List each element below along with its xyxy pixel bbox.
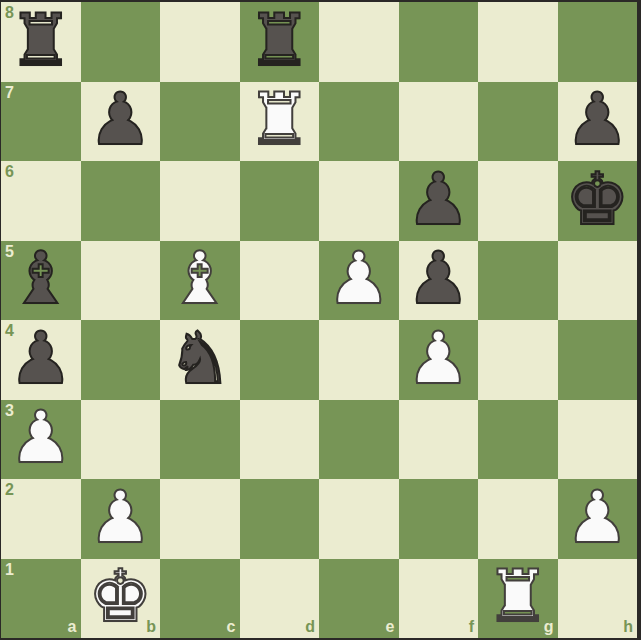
square-b5[interactable]: [81, 241, 161, 321]
file-label-f: f: [469, 619, 474, 635]
square-c1[interactable]: c: [160, 559, 240, 639]
piece-black-knight-c4[interactable]: ♞: [167, 322, 232, 394]
square-g1[interactable]: g♜: [478, 559, 558, 639]
chess-board: 8♜♜7♟♜♟6♟♚5♝♝♟♟4♟♞♟3♟2♟♟1ab♚cdefg♜h: [1, 2, 637, 638]
piece-black-pawn-f5[interactable]: ♟: [406, 242, 471, 314]
file-label-a: a: [68, 619, 77, 635]
piece-black-king-h6[interactable]: ♚: [565, 163, 630, 235]
piece-black-pawn-f6[interactable]: ♟: [406, 163, 471, 235]
square-e2[interactable]: [319, 479, 399, 559]
piece-black-pawn-a4[interactable]: ♟: [8, 322, 73, 394]
square-c3[interactable]: [160, 400, 240, 480]
square-f8[interactable]: [399, 2, 479, 82]
square-h1[interactable]: h: [558, 559, 638, 639]
rank-label-2: 2: [5, 482, 14, 498]
square-c5[interactable]: ♝: [160, 241, 240, 321]
piece-black-pawn-b7[interactable]: ♟: [88, 83, 153, 155]
piece-black-rook-d8[interactable]: ♜: [247, 4, 312, 76]
piece-white-pawn-h2[interactable]: ♟: [565, 481, 630, 553]
square-c8[interactable]: [160, 2, 240, 82]
square-e4[interactable]: [319, 320, 399, 400]
square-h8[interactable]: [558, 2, 638, 82]
chess-app-window: 8♜♜7♟♜♟6♟♚5♝♝♟♟4♟♞♟3♟2♟♟1ab♚cdefg♜h: [0, 0, 641, 640]
square-e8[interactable]: [319, 2, 399, 82]
square-g7[interactable]: [478, 82, 558, 162]
rank-label-6: 6: [5, 164, 14, 180]
square-g4[interactable]: [478, 320, 558, 400]
square-d1[interactable]: d: [240, 559, 320, 639]
square-b6[interactable]: [81, 161, 161, 241]
square-d7[interactable]: ♜: [240, 82, 320, 162]
square-a1[interactable]: 1a: [1, 559, 81, 639]
piece-black-bishop-a5[interactable]: ♝: [8, 242, 73, 314]
square-h4[interactable]: [558, 320, 638, 400]
square-c4[interactable]: ♞: [160, 320, 240, 400]
square-a6[interactable]: 6: [1, 161, 81, 241]
square-f7[interactable]: [399, 82, 479, 162]
square-g5[interactable]: [478, 241, 558, 321]
square-d8[interactable]: ♜: [240, 2, 320, 82]
square-g8[interactable]: [478, 2, 558, 82]
square-e6[interactable]: [319, 161, 399, 241]
square-c6[interactable]: [160, 161, 240, 241]
square-e1[interactable]: e: [319, 559, 399, 639]
piece-black-rook-a8[interactable]: ♜: [8, 4, 73, 76]
square-f5[interactable]: ♟: [399, 241, 479, 321]
square-g3[interactable]: [478, 400, 558, 480]
square-b1[interactable]: b♚: [81, 559, 161, 639]
square-a2[interactable]: 2: [1, 479, 81, 559]
square-b4[interactable]: [81, 320, 161, 400]
square-a4[interactable]: 4♟: [1, 320, 81, 400]
file-label-d: d: [305, 619, 315, 635]
piece-white-rook-d7[interactable]: ♜: [247, 83, 312, 155]
piece-white-pawn-e5[interactable]: ♟: [326, 242, 391, 314]
piece-white-pawn-f4[interactable]: ♟: [406, 322, 471, 394]
square-c2[interactable]: [160, 479, 240, 559]
piece-white-pawn-a3[interactable]: ♟: [8, 401, 73, 473]
square-b7[interactable]: ♟: [81, 82, 161, 162]
square-b3[interactable]: [81, 400, 161, 480]
rank-label-7: 7: [5, 85, 14, 101]
square-f3[interactable]: [399, 400, 479, 480]
square-e3[interactable]: [319, 400, 399, 480]
square-a5[interactable]: 5♝: [1, 241, 81, 321]
square-h7[interactable]: ♟: [558, 82, 638, 162]
file-label-e: e: [386, 619, 395, 635]
square-d5[interactable]: [240, 241, 320, 321]
square-h2[interactable]: ♟: [558, 479, 638, 559]
square-h5[interactable]: [558, 241, 638, 321]
square-d4[interactable]: [240, 320, 320, 400]
piece-white-king-b1[interactable]: ♚: [88, 560, 153, 632]
square-g6[interactable]: [478, 161, 558, 241]
square-h3[interactable]: [558, 400, 638, 480]
square-f4[interactable]: ♟: [399, 320, 479, 400]
piece-white-pawn-b2[interactable]: ♟: [88, 481, 153, 553]
square-a3[interactable]: 3♟: [1, 400, 81, 480]
square-h6[interactable]: ♚: [558, 161, 638, 241]
file-label-h: h: [623, 619, 633, 635]
square-d3[interactable]: [240, 400, 320, 480]
square-e7[interactable]: [319, 82, 399, 162]
rank-label-1: 1: [5, 562, 14, 578]
square-a7[interactable]: 7: [1, 82, 81, 162]
square-c7[interactable]: [160, 82, 240, 162]
piece-white-rook-g1[interactable]: ♜: [485, 560, 550, 632]
square-b8[interactable]: [81, 2, 161, 82]
piece-black-pawn-h7[interactable]: ♟: [565, 83, 630, 155]
piece-white-bishop-c5[interactable]: ♝: [167, 242, 232, 314]
square-d6[interactable]: [240, 161, 320, 241]
file-label-c: c: [227, 619, 236, 635]
square-b2[interactable]: ♟: [81, 479, 161, 559]
square-e5[interactable]: ♟: [319, 241, 399, 321]
square-f6[interactable]: ♟: [399, 161, 479, 241]
square-f2[interactable]: [399, 479, 479, 559]
square-d2[interactable]: [240, 479, 320, 559]
square-a8[interactable]: 8♜: [1, 2, 81, 82]
square-g2[interactable]: [478, 479, 558, 559]
square-f1[interactable]: f: [399, 559, 479, 639]
